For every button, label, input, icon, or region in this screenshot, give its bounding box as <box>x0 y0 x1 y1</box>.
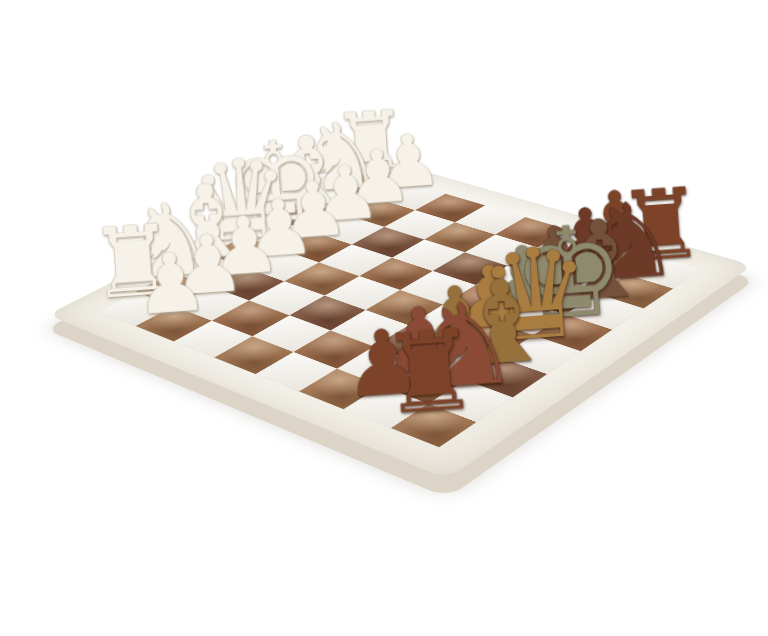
piece-white-pawn[interactable]: ♟ <box>92 241 250 329</box>
perspective-wrapper: ♜♟♟♜♞♟♟♞♝♟♟♝♚♟♟♚♛♟♟♛♝♟♟♝♞♟♟♞♜♟♟♜ <box>0 0 768 636</box>
board-square[interactable]: ♜ <box>390 403 476 447</box>
camera-tilt-wrapper: ♜♟♟♜♞♟♟♞♝♟♟♝♚♟♟♚♛♟♟♛♝♟♟♝♞♟♟♞♜♟♟♜ <box>0 0 768 636</box>
board-squares: ♜♟♟♜♞♟♟♞♝♟♟♝♚♟♟♚♛♟♟♛♝♟♟♝♞♟♟♞♜♟♟♜ <box>98 172 702 448</box>
piece-black-rook[interactable]: ♜ <box>341 315 519 431</box>
chess-set-photo: ♜♟♟♜♞♟♟♞♝♟♟♝♚♟♟♚♛♟♟♛♝♟♟♝♞♟♟♞♜♟♟♜ <box>0 0 768 636</box>
chess-board: ♜♟♟♜♞♟♟♞♝♟♟♝♚♟♟♚♛♟♟♛♝♟♟♝♞♟♟♞♜♟♟♜ <box>47 155 752 479</box>
